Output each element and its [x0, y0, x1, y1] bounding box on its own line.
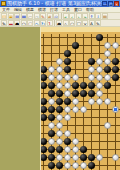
var-up-icon[interactable]: ↑: [89, 13, 95, 19]
white-stone: [88, 98, 95, 105]
white-stone: [104, 122, 111, 129]
white-stone: [104, 50, 111, 57]
minimize-button[interactable]: —: [102, 1, 107, 6]
print-icon[interactable]: ▭: [27, 13, 33, 19]
goban-view-icon[interactable]: ▦: [102, 13, 108, 19]
menu-item-0[interactable]: 文件: [0, 7, 12, 12]
white-stone: [48, 74, 55, 81]
white-stone: [56, 66, 63, 73]
black-stone: [48, 146, 55, 153]
black-stone: [112, 66, 119, 73]
black-stone: [88, 58, 95, 65]
black-stone: [41, 138, 47, 145]
edit-icon[interactable]: ✎: [40, 13, 46, 19]
board-setup-icon[interactable]: #: [47, 13, 53, 19]
white-stone: [72, 146, 79, 153]
black-stone: [80, 146, 87, 153]
new-board-icon[interactable]: ▤: [1, 13, 7, 19]
main-toolbar: ▤▣▦▩▭▱✎#◎«‹›»↑↓▦: [0, 13, 120, 20]
search-icon[interactable]: ◎: [53, 13, 59, 19]
menu-item-7[interactable]: 帮助: [84, 7, 96, 12]
white-stone: [64, 82, 71, 89]
close-button[interactable]: ×: [114, 1, 119, 6]
white-stone: [72, 154, 79, 161]
white-stone: [72, 138, 79, 145]
window-title: 围棋助手 6.10 - 棋谱 打谱 第3届应氏杯决赛: [7, 0, 102, 7]
white-stone: [96, 90, 103, 97]
title-bar: 围棋助手 6.10 - 棋谱 打谱 第3届应氏杯决赛 —□×: [0, 0, 120, 7]
black-stone: [48, 90, 55, 97]
black-stone: [56, 146, 63, 153]
white-stone: [96, 66, 103, 73]
white-stone: [64, 74, 71, 81]
black-stone: [80, 154, 87, 161]
clear-tool-icon[interactable]: ▢: [27, 20, 33, 26]
maximize-button[interactable]: □: [108, 1, 113, 6]
save-file-icon[interactable]: ▦: [14, 13, 20, 19]
black-stone: [112, 58, 119, 65]
white-stone: [64, 154, 71, 161]
black-stone: [41, 146, 47, 153]
black-stone: [88, 154, 95, 161]
white-stone: [72, 98, 79, 105]
last-move-marker: [114, 108, 117, 111]
white-stone: [104, 74, 111, 81]
black-stone: [56, 90, 63, 97]
toolbar-separator: [61, 13, 62, 19]
white-stone: [64, 130, 71, 137]
white-stone: [72, 162, 79, 169]
white-stone: [80, 106, 87, 113]
white-stone: [96, 82, 103, 89]
black-stone: [41, 98, 47, 105]
coord-tool-icon[interactable]: ◇: [34, 20, 40, 26]
black-stone: [41, 114, 47, 121]
black-stone: [64, 50, 71, 57]
white-stone: [104, 98, 111, 105]
black-stone: [64, 138, 71, 145]
nav-last-icon[interactable]: »: [82, 13, 88, 19]
white-stone: [88, 66, 95, 73]
white-stone: [104, 58, 111, 65]
black-stone: [72, 90, 79, 97]
black-stone: [72, 82, 79, 89]
eraser-tool-icon[interactable]: ▬: [8, 20, 14, 26]
black-stone: [41, 154, 47, 161]
edit-toolbar: ✎▬●○▢◇↻1●△○□×A✎: [0, 20, 120, 27]
menu-item-3[interactable]: 棋谱: [36, 7, 48, 12]
white-stone: [56, 82, 63, 89]
black-stone: [96, 34, 103, 41]
save-all-icon[interactable]: ▩: [21, 13, 27, 19]
nav-first-icon[interactable]: «: [63, 13, 69, 19]
board-top-margin: [41, 27, 120, 32]
black-stone: [104, 82, 111, 89]
white-stone: [56, 122, 63, 129]
black-stone: [41, 74, 47, 81]
white-stone: [112, 42, 119, 49]
black-stone: [48, 154, 55, 161]
white-stone: [72, 74, 79, 81]
mark-pen-icon[interactable]: ✎: [95, 20, 101, 26]
white-stone: [104, 42, 111, 49]
white-stone: [112, 154, 119, 161]
mark-stone-icon[interactable]: ●: [56, 20, 62, 26]
white-stone: [56, 58, 63, 65]
pen-tool-icon[interactable]: ✎: [1, 20, 7, 26]
menu-item-5[interactable]: 工具: [60, 7, 72, 12]
black-stone: [64, 98, 71, 105]
black-stone: [104, 66, 111, 73]
white-stone: [96, 74, 103, 81]
menu-item-6[interactable]: 窗口: [72, 7, 84, 12]
white-stone: [48, 98, 55, 105]
black-stone: [112, 74, 119, 81]
black-stone: [41, 82, 47, 89]
black-stone: [88, 162, 95, 169]
white-stone: [96, 58, 103, 65]
mark-triangle-icon[interactable]: △: [63, 20, 69, 26]
black-stone: [48, 114, 55, 121]
white-stone: [48, 66, 55, 73]
white-stone: [96, 98, 103, 105]
black-stone: [64, 66, 71, 73]
white-stone: [64, 106, 71, 113]
white-stone: [64, 90, 71, 97]
white-stone: [88, 74, 95, 81]
white-stone: [72, 106, 79, 113]
black-stone: [64, 58, 71, 65]
white-stone: [80, 162, 87, 169]
black-stone: [80, 82, 87, 89]
black-stone: [80, 90, 87, 97]
black-stone: [48, 106, 55, 113]
go-board[interactable]: [41, 27, 120, 170]
number-tool-icon[interactable]: 1: [47, 20, 53, 26]
white-stone: [56, 74, 63, 81]
menu-item-2[interactable]: 棋盘: [24, 7, 36, 12]
black-stone: [41, 66, 47, 73]
menu-item-1[interactable]: 编辑: [12, 7, 24, 12]
app-icon: [1, 1, 6, 6]
var-down-icon[interactable]: ↓: [95, 13, 101, 19]
menu-item-4[interactable]: 打谱: [48, 7, 60, 12]
mark-square-icon[interactable]: □: [76, 20, 82, 26]
mark-cross-icon[interactable]: ×: [82, 20, 88, 26]
black-stone: [48, 162, 55, 169]
main-area: [0, 27, 120, 170]
black-stone: [88, 82, 95, 89]
window-buttons: —□×: [102, 1, 119, 6]
black-stone: [56, 106, 63, 113]
white-stone: [48, 138, 55, 145]
open-file-icon[interactable]: ▣: [8, 13, 14, 19]
black-stone: [56, 162, 63, 169]
white-stone: [48, 122, 55, 129]
copy-icon[interactable]: ▱: [34, 13, 40, 19]
white-stone: [56, 130, 63, 137]
white-stone: [96, 154, 103, 161]
mark-circle-icon[interactable]: ○: [69, 20, 75, 26]
white-stone: [64, 162, 71, 169]
white-stone: [56, 138, 63, 145]
black-stone: [72, 42, 79, 49]
side-panel[interactable]: [0, 27, 40, 170]
mark-letter-icon[interactable]: A: [89, 20, 95, 26]
board-grid: [41, 34, 120, 170]
toolbar-separator: [54, 20, 55, 26]
black-stone: [56, 98, 63, 105]
white-stone: [64, 114, 71, 121]
rotate-tool-icon[interactable]: ↻: [40, 20, 46, 26]
white-stone: [64, 146, 71, 153]
white-stone: [56, 154, 63, 161]
black-stone: [48, 82, 55, 89]
nav-next-icon[interactable]: ›: [76, 13, 82, 19]
nav-prev-icon[interactable]: ‹: [69, 13, 75, 19]
black-stone: [48, 130, 55, 137]
black-stone: [41, 106, 47, 113]
white-stone-tool-icon[interactable]: ○: [21, 20, 27, 26]
black-stone-tool-icon[interactable]: ●: [14, 20, 20, 26]
white-stone: [56, 114, 63, 121]
black-stone: [88, 90, 95, 97]
